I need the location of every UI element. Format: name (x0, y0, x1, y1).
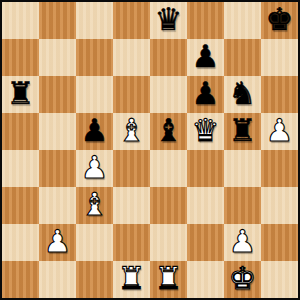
square-f6[interactable]: ♟ (187, 76, 224, 113)
square-d4[interactable] (113, 150, 150, 187)
square-e6[interactable] (150, 76, 187, 113)
square-a2[interactable] (2, 224, 39, 261)
square-f5[interactable]: ♛ (187, 113, 224, 150)
square-a7[interactable] (2, 39, 39, 76)
square-b6[interactable] (39, 76, 76, 113)
square-e4[interactable] (150, 150, 187, 187)
square-h1[interactable] (261, 261, 298, 298)
square-a1[interactable] (2, 261, 39, 298)
square-d2[interactable] (113, 224, 150, 261)
square-d6[interactable] (113, 76, 150, 113)
square-e2[interactable] (150, 224, 187, 261)
piece-black-pawn[interactable]: ♟ (192, 78, 220, 109)
square-b2[interactable]: ♟ (39, 224, 76, 261)
square-g1[interactable]: ♚ (224, 261, 261, 298)
square-f7[interactable]: ♟ (187, 39, 224, 76)
square-g7[interactable] (224, 39, 261, 76)
square-d5[interactable]: ♝ (113, 113, 150, 150)
piece-white-rook[interactable]: ♜ (118, 263, 146, 294)
square-h4[interactable] (261, 150, 298, 187)
piece-white-queen[interactable]: ♛ (192, 115, 220, 146)
square-c6[interactable] (76, 76, 113, 113)
square-b3[interactable] (39, 187, 76, 224)
piece-white-bishop[interactable]: ♝ (81, 189, 109, 220)
piece-white-pawn[interactable]: ♟ (81, 152, 109, 183)
square-a6[interactable]: ♜ (2, 76, 39, 113)
square-a5[interactable] (2, 113, 39, 150)
square-g6[interactable]: ♞ (224, 76, 261, 113)
piece-black-rook[interactable]: ♜ (7, 78, 35, 109)
piece-white-rook[interactable]: ♜ (155, 263, 183, 294)
square-c4[interactable]: ♟ (76, 150, 113, 187)
square-h3[interactable] (261, 187, 298, 224)
square-b5[interactable] (39, 113, 76, 150)
square-b1[interactable] (39, 261, 76, 298)
square-f2[interactable] (187, 224, 224, 261)
square-b7[interactable] (39, 39, 76, 76)
square-h2[interactable] (261, 224, 298, 261)
square-g2[interactable]: ♟ (224, 224, 261, 261)
square-f4[interactable] (187, 150, 224, 187)
piece-black-king[interactable]: ♚ (266, 4, 294, 35)
square-e3[interactable] (150, 187, 187, 224)
square-f8[interactable] (187, 2, 224, 39)
piece-black-bishop[interactable]: ♝ (155, 115, 183, 146)
square-d8[interactable] (113, 2, 150, 39)
square-c8[interactable] (76, 2, 113, 39)
piece-black-knight[interactable]: ♞ (229, 78, 257, 109)
chess-board: ♛♚♟♜♟♞♟♝♝♛♜♟♟♝♟♟♜♜♚ (0, 0, 300, 300)
square-f3[interactable] (187, 187, 224, 224)
square-h7[interactable] (261, 39, 298, 76)
square-e1[interactable]: ♜ (150, 261, 187, 298)
square-e5[interactable]: ♝ (150, 113, 187, 150)
square-d3[interactable] (113, 187, 150, 224)
piece-white-bishop[interactable]: ♝ (118, 115, 146, 146)
square-g8[interactable] (224, 2, 261, 39)
square-e7[interactable] (150, 39, 187, 76)
square-a8[interactable] (2, 2, 39, 39)
square-a4[interactable] (2, 150, 39, 187)
square-e8[interactable]: ♛ (150, 2, 187, 39)
square-h5[interactable]: ♟ (261, 113, 298, 150)
square-b4[interactable] (39, 150, 76, 187)
square-b8[interactable] (39, 2, 76, 39)
square-c7[interactable] (76, 39, 113, 76)
square-a3[interactable] (2, 187, 39, 224)
piece-white-pawn[interactable]: ♟ (44, 226, 72, 257)
square-g4[interactable] (224, 150, 261, 187)
piece-black-rook[interactable]: ♜ (229, 115, 257, 146)
square-c5[interactable]: ♟ (76, 113, 113, 150)
piece-black-queen[interactable]: ♛ (155, 4, 183, 35)
piece-black-pawn[interactable]: ♟ (192, 41, 220, 72)
square-c2[interactable] (76, 224, 113, 261)
square-c1[interactable] (76, 261, 113, 298)
square-h6[interactable] (261, 76, 298, 113)
square-d7[interactable] (113, 39, 150, 76)
piece-black-pawn[interactable]: ♟ (81, 115, 109, 146)
square-c3[interactable]: ♝ (76, 187, 113, 224)
square-f1[interactable] (187, 261, 224, 298)
piece-white-king[interactable]: ♚ (229, 263, 257, 294)
chess-board-window: ♛♚♟♜♟♞♟♝♝♛♜♟♟♝♟♟♜♜♚ (0, 0, 300, 300)
square-g5[interactable]: ♜ (224, 113, 261, 150)
square-h8[interactable]: ♚ (261, 2, 298, 39)
square-d1[interactable]: ♜ (113, 261, 150, 298)
square-g3[interactable] (224, 187, 261, 224)
piece-white-pawn[interactable]: ♟ (266, 115, 294, 146)
piece-white-pawn[interactable]: ♟ (229, 226, 257, 257)
